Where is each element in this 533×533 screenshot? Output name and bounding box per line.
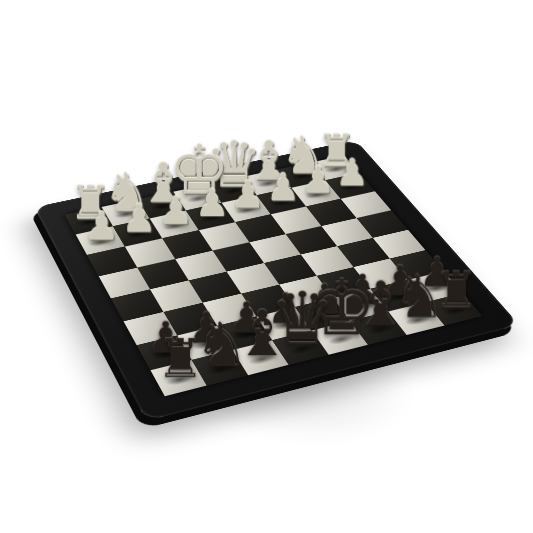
scene-3d: ♜♞♝♚♛♝♞♜♟♟♟♟♟♟♟♟♟♟♟♟♟♟♟♟♜♞♝♛♚♝♞♜ <box>0 0 533 533</box>
square-a2[interactable]: ♟ <box>76 226 125 255</box>
black-rook-glyph: ♜ <box>125 336 236 381</box>
piece-white-pawn[interactable]: ♟ <box>76 226 125 255</box>
chess-board-frame: ♜♞♝♚♛♝♞♜♟♟♟♟♟♟♟♟♟♟♟♟♟♟♟♟♜♞♝♛♚♝♞♜ <box>34 140 519 421</box>
square-a8[interactable]: ♜ <box>150 360 206 396</box>
piece-black-rook[interactable]: ♜ <box>150 360 206 396</box>
chess-set-photo: ♜♞♝♚♛♝♞♜♟♟♟♟♟♟♟♟♟♟♟♟♟♟♟♟♜♞♝♛♚♝♞♜ <box>0 0 533 533</box>
board-squares: ♜♞♝♚♛♝♞♜♟♟♟♟♟♟♟♟♟♟♟♟♟♟♟♟♜♞♝♛♚♝♞♜ <box>65 155 482 396</box>
white-pawn-glyph: ♟ <box>53 210 151 243</box>
